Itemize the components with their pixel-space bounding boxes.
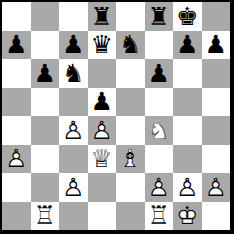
black-rook-piece: ♜ bbox=[88, 2, 117, 31]
white-queen-piece: ♛♕ bbox=[88, 145, 117, 174]
black-pawn-piece: ♟ bbox=[202, 31, 231, 60]
white-rook-piece: ♜♖ bbox=[145, 202, 174, 231]
white-piece-outline-glyph: ♖ bbox=[31, 202, 60, 231]
white-piece-outline-glyph: ♙ bbox=[202, 173, 231, 202]
square-f1[interactable]: ♜♖ bbox=[145, 202, 174, 231]
chess-board-frame: ♜♜♚♟♟♛♞♟♟♟♞♟♟♟♙♟♙♞♘♟♙♛♕♝♗♟♙♟♙♟♙♟♙♜♖♜♖♚♔ bbox=[0, 0, 234, 234]
black-knight-piece: ♞ bbox=[59, 59, 88, 88]
white-piece-outline-glyph: ♙ bbox=[173, 173, 202, 202]
square-g1[interactable]: ♚♔ bbox=[173, 202, 202, 231]
square-f2[interactable]: ♟♙ bbox=[145, 173, 174, 202]
square-b5[interactable] bbox=[31, 88, 60, 117]
square-d7[interactable]: ♛ bbox=[88, 31, 117, 60]
square-h7[interactable]: ♟ bbox=[202, 31, 231, 60]
square-h4[interactable] bbox=[202, 116, 231, 145]
black-pawn-piece: ♟ bbox=[173, 31, 202, 60]
white-piece-outline-glyph: ♙ bbox=[2, 145, 31, 174]
black-knight-piece: ♞ bbox=[116, 31, 145, 60]
square-h8[interactable] bbox=[202, 2, 231, 31]
square-c8[interactable] bbox=[59, 2, 88, 31]
square-d2[interactable] bbox=[88, 173, 117, 202]
square-e2[interactable] bbox=[116, 173, 145, 202]
white-pawn-piece: ♟♙ bbox=[145, 173, 174, 202]
square-c2[interactable]: ♟♙ bbox=[59, 173, 88, 202]
black-pawn-piece: ♟ bbox=[59, 31, 88, 60]
white-piece-outline-glyph: ♙ bbox=[59, 116, 88, 145]
square-e7[interactable]: ♞ bbox=[116, 31, 145, 60]
square-g7[interactable]: ♟ bbox=[173, 31, 202, 60]
white-pawn-piece: ♟♙ bbox=[2, 145, 31, 174]
white-piece-outline-glyph: ♙ bbox=[59, 173, 88, 202]
square-g4[interactable] bbox=[173, 116, 202, 145]
square-g6[interactable] bbox=[173, 59, 202, 88]
white-piece-outline-glyph: ♙ bbox=[145, 173, 174, 202]
square-f3[interactable] bbox=[145, 145, 174, 174]
square-e1[interactable] bbox=[116, 202, 145, 231]
square-h1[interactable] bbox=[202, 202, 231, 231]
square-f8[interactable]: ♜ bbox=[145, 2, 174, 31]
white-piece-outline-glyph: ♕ bbox=[88, 145, 117, 174]
square-e8[interactable] bbox=[116, 2, 145, 31]
square-d4[interactable]: ♟♙ bbox=[88, 116, 117, 145]
white-pawn-piece: ♟♙ bbox=[59, 116, 88, 145]
square-e4[interactable] bbox=[116, 116, 145, 145]
square-g3[interactable] bbox=[173, 145, 202, 174]
square-f6[interactable]: ♟ bbox=[145, 59, 174, 88]
square-f5[interactable] bbox=[145, 88, 174, 117]
square-f7[interactable] bbox=[145, 31, 174, 60]
square-c7[interactable]: ♟ bbox=[59, 31, 88, 60]
square-a3[interactable]: ♟♙ bbox=[2, 145, 31, 174]
square-g5[interactable] bbox=[173, 88, 202, 117]
square-b7[interactable] bbox=[31, 31, 60, 60]
white-bishop-piece: ♝♗ bbox=[116, 145, 145, 174]
square-c4[interactable]: ♟♙ bbox=[59, 116, 88, 145]
white-pawn-piece: ♟♙ bbox=[59, 173, 88, 202]
white-piece-outline-glyph: ♗ bbox=[116, 145, 145, 174]
square-d5[interactable]: ♟ bbox=[88, 88, 117, 117]
black-pawn-piece: ♟ bbox=[145, 59, 174, 88]
white-piece-outline-glyph: ♙ bbox=[88, 116, 117, 145]
square-a6[interactable] bbox=[2, 59, 31, 88]
white-knight-piece: ♞♘ bbox=[145, 116, 174, 145]
square-d1[interactable] bbox=[88, 202, 117, 231]
chess-board: ♜♜♚♟♟♛♞♟♟♟♞♟♟♟♙♟♙♞♘♟♙♛♕♝♗♟♙♟♙♟♙♟♙♜♖♜♖♚♔ bbox=[2, 2, 230, 230]
white-piece-outline-glyph: ♘ bbox=[145, 116, 174, 145]
black-king-piece: ♚ bbox=[173, 2, 202, 31]
square-d6[interactable] bbox=[88, 59, 117, 88]
square-e3[interactable]: ♝♗ bbox=[116, 145, 145, 174]
square-a8[interactable] bbox=[2, 2, 31, 31]
square-b2[interactable] bbox=[31, 173, 60, 202]
square-e5[interactable] bbox=[116, 88, 145, 117]
black-rook-piece: ♜ bbox=[145, 2, 174, 31]
square-f4[interactable]: ♞♘ bbox=[145, 116, 174, 145]
square-b6[interactable]: ♟ bbox=[31, 59, 60, 88]
white-rook-piece: ♜♖ bbox=[31, 202, 60, 231]
square-c5[interactable] bbox=[59, 88, 88, 117]
square-h3[interactable] bbox=[202, 145, 231, 174]
white-piece-outline-glyph: ♔ bbox=[173, 202, 202, 231]
black-pawn-piece: ♟ bbox=[88, 88, 117, 117]
white-king-piece: ♚♔ bbox=[173, 202, 202, 231]
square-c3[interactable] bbox=[59, 145, 88, 174]
square-b4[interactable] bbox=[31, 116, 60, 145]
white-pawn-piece: ♟♙ bbox=[88, 116, 117, 145]
square-a2[interactable] bbox=[2, 173, 31, 202]
square-b1[interactable]: ♜♖ bbox=[31, 202, 60, 231]
square-a7[interactable]: ♟ bbox=[2, 31, 31, 60]
square-e6[interactable] bbox=[116, 59, 145, 88]
black-queen-piece: ♛ bbox=[88, 31, 117, 60]
square-h5[interactable] bbox=[202, 88, 231, 117]
white-pawn-piece: ♟♙ bbox=[173, 173, 202, 202]
white-piece-outline-glyph: ♖ bbox=[145, 202, 174, 231]
square-a1[interactable] bbox=[2, 202, 31, 231]
square-c6[interactable]: ♞ bbox=[59, 59, 88, 88]
square-c1[interactable] bbox=[59, 202, 88, 231]
square-d3[interactable]: ♛♕ bbox=[88, 145, 117, 174]
square-h2[interactable]: ♟♙ bbox=[202, 173, 231, 202]
square-b3[interactable] bbox=[31, 145, 60, 174]
square-h6[interactable] bbox=[202, 59, 231, 88]
black-pawn-piece: ♟ bbox=[2, 31, 31, 60]
square-g8[interactable]: ♚ bbox=[173, 2, 202, 31]
square-b8[interactable] bbox=[31, 2, 60, 31]
square-a5[interactable] bbox=[2, 88, 31, 117]
square-a4[interactable] bbox=[2, 116, 31, 145]
square-g2[interactable]: ♟♙ bbox=[173, 173, 202, 202]
square-d8[interactable]: ♜ bbox=[88, 2, 117, 31]
black-pawn-piece: ♟ bbox=[31, 59, 60, 88]
white-pawn-piece: ♟♙ bbox=[202, 173, 231, 202]
